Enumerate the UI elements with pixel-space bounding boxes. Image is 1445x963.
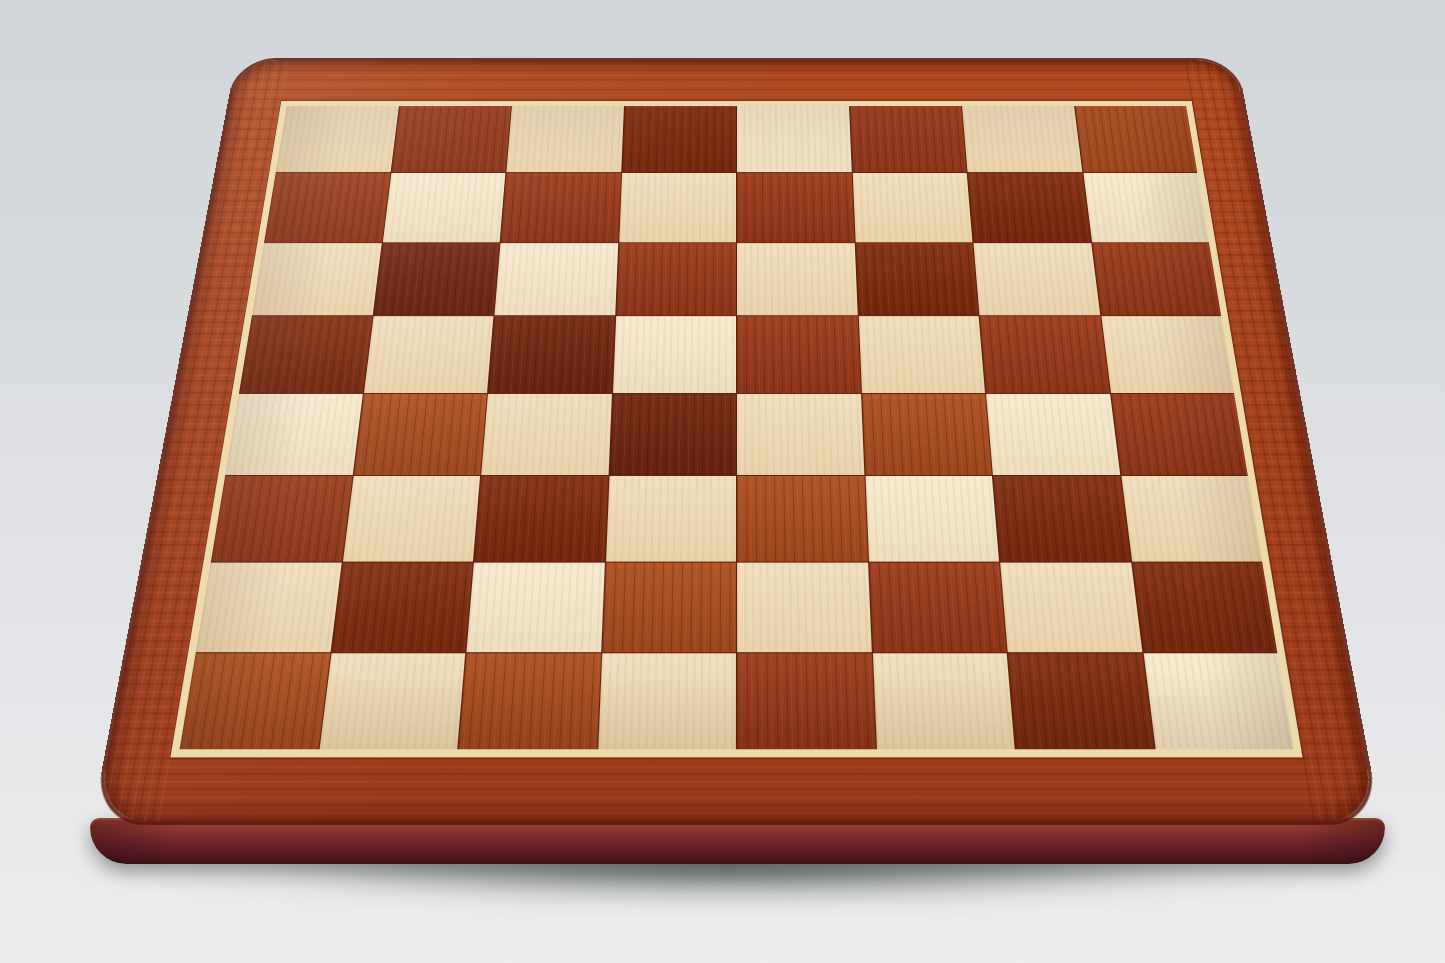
square-c8: [506, 106, 623, 172]
square-d7: [619, 173, 736, 242]
square-h2: [1132, 562, 1278, 652]
square-c3: [474, 476, 608, 561]
square-f7: [852, 173, 972, 242]
square-g8: [962, 106, 1082, 172]
square-e8: [737, 106, 851, 172]
board-front-edge: [90, 818, 1385, 864]
square-c6: [494, 243, 617, 316]
square-f3: [865, 476, 999, 561]
square-c4: [481, 394, 611, 475]
square-e2: [737, 562, 871, 652]
square-g7: [968, 173, 1091, 242]
square-e7: [737, 173, 854, 242]
square-g2: [1000, 562, 1142, 652]
square-a6: [252, 243, 381, 316]
square-d5: [613, 316, 737, 393]
square-a5: [239, 316, 372, 393]
chessboard: [96, 60, 1378, 822]
square-f4: [862, 394, 992, 475]
square-b7: [382, 173, 505, 242]
page-background: { "game": "chess", "position": "8/8/8/8/…: [0, 0, 1445, 963]
square-b6: [373, 243, 499, 316]
square-a3: [211, 476, 352, 561]
square-f6: [855, 243, 978, 316]
square-b2: [331, 562, 473, 652]
square-e1: [737, 654, 875, 750]
square-e4: [737, 394, 864, 475]
square-h6: [1092, 243, 1221, 316]
square-b1: [319, 654, 465, 750]
square-c5: [488, 316, 615, 393]
square-h5: [1101, 316, 1234, 393]
square-g4: [986, 394, 1120, 475]
square-g5: [980, 316, 1110, 393]
square-d1: [598, 654, 736, 750]
square-f1: [872, 654, 1014, 750]
square-a2: [196, 562, 342, 652]
square-f8: [849, 106, 966, 172]
square-d8: [622, 106, 736, 172]
square-h1: [1143, 654, 1293, 750]
square-a7: [264, 173, 390, 242]
square-c1: [458, 654, 600, 750]
square-a4: [225, 394, 362, 475]
square-e6: [737, 243, 857, 316]
square-c7: [501, 173, 621, 242]
square-g3: [993, 476, 1131, 561]
square-e5: [737, 316, 861, 393]
maple-inlay-frame: [170, 101, 1302, 758]
square-d6: [616, 243, 736, 316]
square-c2: [466, 562, 604, 652]
square-g6: [973, 243, 1099, 316]
square-d2: [602, 562, 736, 652]
square-d4: [609, 394, 736, 475]
square-g1: [1008, 654, 1154, 750]
square-f2: [869, 562, 1007, 652]
square-h7: [1083, 173, 1209, 242]
square-h8: [1075, 106, 1198, 172]
product-photo-chessboard: [0, 0, 1445, 963]
square-e3: [737, 476, 867, 561]
square-a8: [276, 106, 399, 172]
square-b8: [391, 106, 511, 172]
square-h4: [1111, 394, 1248, 475]
board-grid: [180, 106, 1294, 749]
square-b5: [364, 316, 494, 393]
square-b3: [342, 476, 480, 561]
square-b4: [353, 394, 487, 475]
square-f5: [858, 316, 985, 393]
square-a1: [180, 654, 330, 750]
square-h3: [1121, 476, 1262, 561]
square-d3: [606, 476, 736, 561]
